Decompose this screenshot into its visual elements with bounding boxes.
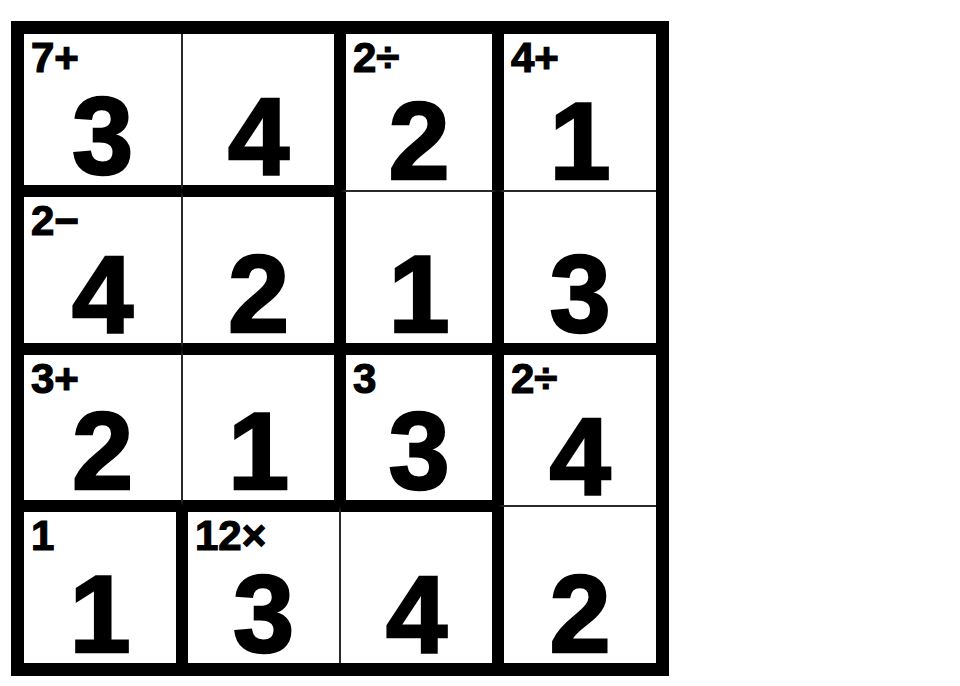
cell-value: 4 [341, 559, 492, 669]
cell-r0c2: 2÷2 [340, 34, 498, 191]
cell-value: 2 [346, 86, 492, 196]
cell-value: 4 [504, 401, 656, 511]
cell-value: 3 [346, 396, 492, 506]
cell-value: 3 [188, 559, 339, 669]
cell-r2c2: 33 [340, 349, 498, 506]
cell-value: 1 [183, 396, 334, 506]
cell-r1c3: 3 [498, 191, 656, 348]
puzzle-page: 7+342÷24+12−42133+21332÷41112×342 [0, 0, 960, 686]
cell-r3c1: 12×3 [182, 506, 340, 663]
cell-value: 1 [346, 239, 492, 349]
cage-clue: 2÷ [353, 36, 399, 80]
cell-value: 3 [24, 81, 181, 191]
cell-value: 2 [504, 559, 656, 669]
cage-clue: 4+ [511, 36, 559, 80]
cell-r0c0: 7+3 [24, 34, 182, 191]
cell-value: 1 [504, 86, 656, 196]
cell-r2c1: 1 [182, 349, 340, 506]
cell-r0c1: 4 [182, 34, 340, 191]
cell-r1c1: 2 [182, 191, 340, 348]
cell-value: 3 [504, 239, 656, 349]
cell-value: 2 [183, 239, 334, 349]
cell-r1c2: 1 [340, 191, 498, 348]
cage-clue: 1 [31, 514, 54, 558]
cell-r0c3: 4+1 [498, 34, 656, 191]
cell-r3c0: 11 [24, 506, 182, 663]
cell-value: 4 [24, 239, 181, 349]
kenken-board: 7+342÷24+12−42133+21332÷41112×342 [11, 21, 669, 676]
cell-value: 4 [183, 81, 334, 191]
cell-r2c0: 3+2 [24, 349, 182, 506]
cell-r1c0: 2−4 [24, 191, 182, 348]
cell-r3c3: 2 [498, 506, 656, 663]
cell-r3c2: 4 [340, 506, 498, 663]
cell-value: 2 [24, 396, 181, 506]
cell-r2c3: 2÷4 [498, 349, 656, 506]
cage-clue: 3 [353, 357, 376, 401]
cell-value: 1 [24, 559, 176, 669]
